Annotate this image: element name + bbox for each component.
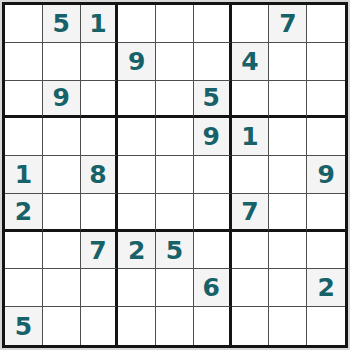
cell-r5c2-empty[interactable] bbox=[43, 156, 81, 194]
cell-r8c3-empty[interactable] bbox=[81, 269, 119, 307]
cell-r2c3-empty[interactable] bbox=[81, 43, 119, 81]
cell-r9c3-empty[interactable] bbox=[81, 307, 119, 345]
cell-r5c4-empty[interactable] bbox=[118, 156, 156, 194]
sudoku-board-frame: 51794959118927725625 bbox=[0, 0, 350, 350]
cell-r3c5-empty[interactable] bbox=[156, 81, 194, 119]
cell-r2c9-empty[interactable] bbox=[307, 43, 345, 81]
cell-r7c8-empty[interactable] bbox=[269, 232, 307, 270]
cell-r9c5-empty[interactable] bbox=[156, 307, 194, 345]
cell-r6c7-given-7[interactable]: 7 bbox=[232, 194, 270, 232]
cell-r7c4-given-2[interactable]: 2 bbox=[118, 232, 156, 270]
cell-r1c8-given-7[interactable]: 7 bbox=[269, 5, 307, 43]
cell-r6c9-empty[interactable] bbox=[307, 194, 345, 232]
cell-r1c5-empty[interactable] bbox=[156, 5, 194, 43]
cell-r3c3-empty[interactable] bbox=[81, 81, 119, 119]
cell-r3c6-given-5[interactable]: 5 bbox=[194, 81, 232, 119]
cell-r5c3-given-8[interactable]: 8 bbox=[81, 156, 119, 194]
cell-r2c4-given-9[interactable]: 9 bbox=[118, 43, 156, 81]
cell-r6c5-empty[interactable] bbox=[156, 194, 194, 232]
cell-r6c8-empty[interactable] bbox=[269, 194, 307, 232]
cell-r9c4-empty[interactable] bbox=[118, 307, 156, 345]
cell-r2c8-empty[interactable] bbox=[269, 43, 307, 81]
cell-r1c7-empty[interactable] bbox=[232, 5, 270, 43]
cell-r7c5-given-5[interactable]: 5 bbox=[156, 232, 194, 270]
cell-r5c6-empty[interactable] bbox=[194, 156, 232, 194]
cell-r1c3-given-1[interactable]: 1 bbox=[81, 5, 119, 43]
sudoku-board: 51794959118927725625 bbox=[2, 2, 348, 348]
cell-r1c6-empty[interactable] bbox=[194, 5, 232, 43]
cell-r4c1-empty[interactable] bbox=[5, 118, 43, 156]
cell-r7c6-empty[interactable] bbox=[194, 232, 232, 270]
cell-r4c6-given-9[interactable]: 9 bbox=[194, 118, 232, 156]
cell-r3c9-empty[interactable] bbox=[307, 81, 345, 119]
cell-r1c9-empty[interactable] bbox=[307, 5, 345, 43]
cell-r3c1-empty[interactable] bbox=[5, 81, 43, 119]
cell-r5c5-empty[interactable] bbox=[156, 156, 194, 194]
cell-r3c7-empty[interactable] bbox=[232, 81, 270, 119]
cell-r7c1-empty[interactable] bbox=[5, 232, 43, 270]
cell-r9c6-empty[interactable] bbox=[194, 307, 232, 345]
cell-r9c1-given-5[interactable]: 5 bbox=[5, 307, 43, 345]
cell-r5c1-given-1[interactable]: 1 bbox=[5, 156, 43, 194]
cell-r7c9-empty[interactable] bbox=[307, 232, 345, 270]
cell-r5c7-empty[interactable] bbox=[232, 156, 270, 194]
cell-r2c6-empty[interactable] bbox=[194, 43, 232, 81]
cell-r8c7-empty[interactable] bbox=[232, 269, 270, 307]
cell-r3c4-empty[interactable] bbox=[118, 81, 156, 119]
cell-r8c2-empty[interactable] bbox=[43, 269, 81, 307]
cell-r4c8-empty[interactable] bbox=[269, 118, 307, 156]
cell-r9c9-empty[interactable] bbox=[307, 307, 345, 345]
cell-r9c8-empty[interactable] bbox=[269, 307, 307, 345]
cell-r3c2-given-9[interactable]: 9 bbox=[43, 81, 81, 119]
cell-r9c2-empty[interactable] bbox=[43, 307, 81, 345]
cell-r3c8-empty[interactable] bbox=[269, 81, 307, 119]
cell-r8c5-empty[interactable] bbox=[156, 269, 194, 307]
cell-r4c9-empty[interactable] bbox=[307, 118, 345, 156]
cell-r7c2-empty[interactable] bbox=[43, 232, 81, 270]
cell-r5c8-empty[interactable] bbox=[269, 156, 307, 194]
cell-r5c9-given-9[interactable]: 9 bbox=[307, 156, 345, 194]
cell-r8c6-given-6[interactable]: 6 bbox=[194, 269, 232, 307]
cell-r9c7-empty[interactable] bbox=[232, 307, 270, 345]
cell-r4c4-empty[interactable] bbox=[118, 118, 156, 156]
cell-r8c4-empty[interactable] bbox=[118, 269, 156, 307]
cell-r4c5-empty[interactable] bbox=[156, 118, 194, 156]
cell-r2c7-given-4[interactable]: 4 bbox=[232, 43, 270, 81]
cell-r2c2-empty[interactable] bbox=[43, 43, 81, 81]
cell-r6c6-empty[interactable] bbox=[194, 194, 232, 232]
cell-r6c2-empty[interactable] bbox=[43, 194, 81, 232]
cell-r1c1-empty[interactable] bbox=[5, 5, 43, 43]
cell-r4c2-empty[interactable] bbox=[43, 118, 81, 156]
cell-r8c9-given-2[interactable]: 2 bbox=[307, 269, 345, 307]
cell-r6c4-empty[interactable] bbox=[118, 194, 156, 232]
cell-r7c7-empty[interactable] bbox=[232, 232, 270, 270]
cell-r1c2-given-5[interactable]: 5 bbox=[43, 5, 81, 43]
cell-r7c3-given-7[interactable]: 7 bbox=[81, 232, 119, 270]
cell-r2c1-empty[interactable] bbox=[5, 43, 43, 81]
cell-r6c1-given-2[interactable]: 2 bbox=[5, 194, 43, 232]
cell-r4c3-empty[interactable] bbox=[81, 118, 119, 156]
cell-r2c5-empty[interactable] bbox=[156, 43, 194, 81]
cell-r6c3-empty[interactable] bbox=[81, 194, 119, 232]
cell-r4c7-given-1[interactable]: 1 bbox=[232, 118, 270, 156]
cell-r8c1-empty[interactable] bbox=[5, 269, 43, 307]
cell-r1c4-empty[interactable] bbox=[118, 5, 156, 43]
cell-r8c8-empty[interactable] bbox=[269, 269, 307, 307]
